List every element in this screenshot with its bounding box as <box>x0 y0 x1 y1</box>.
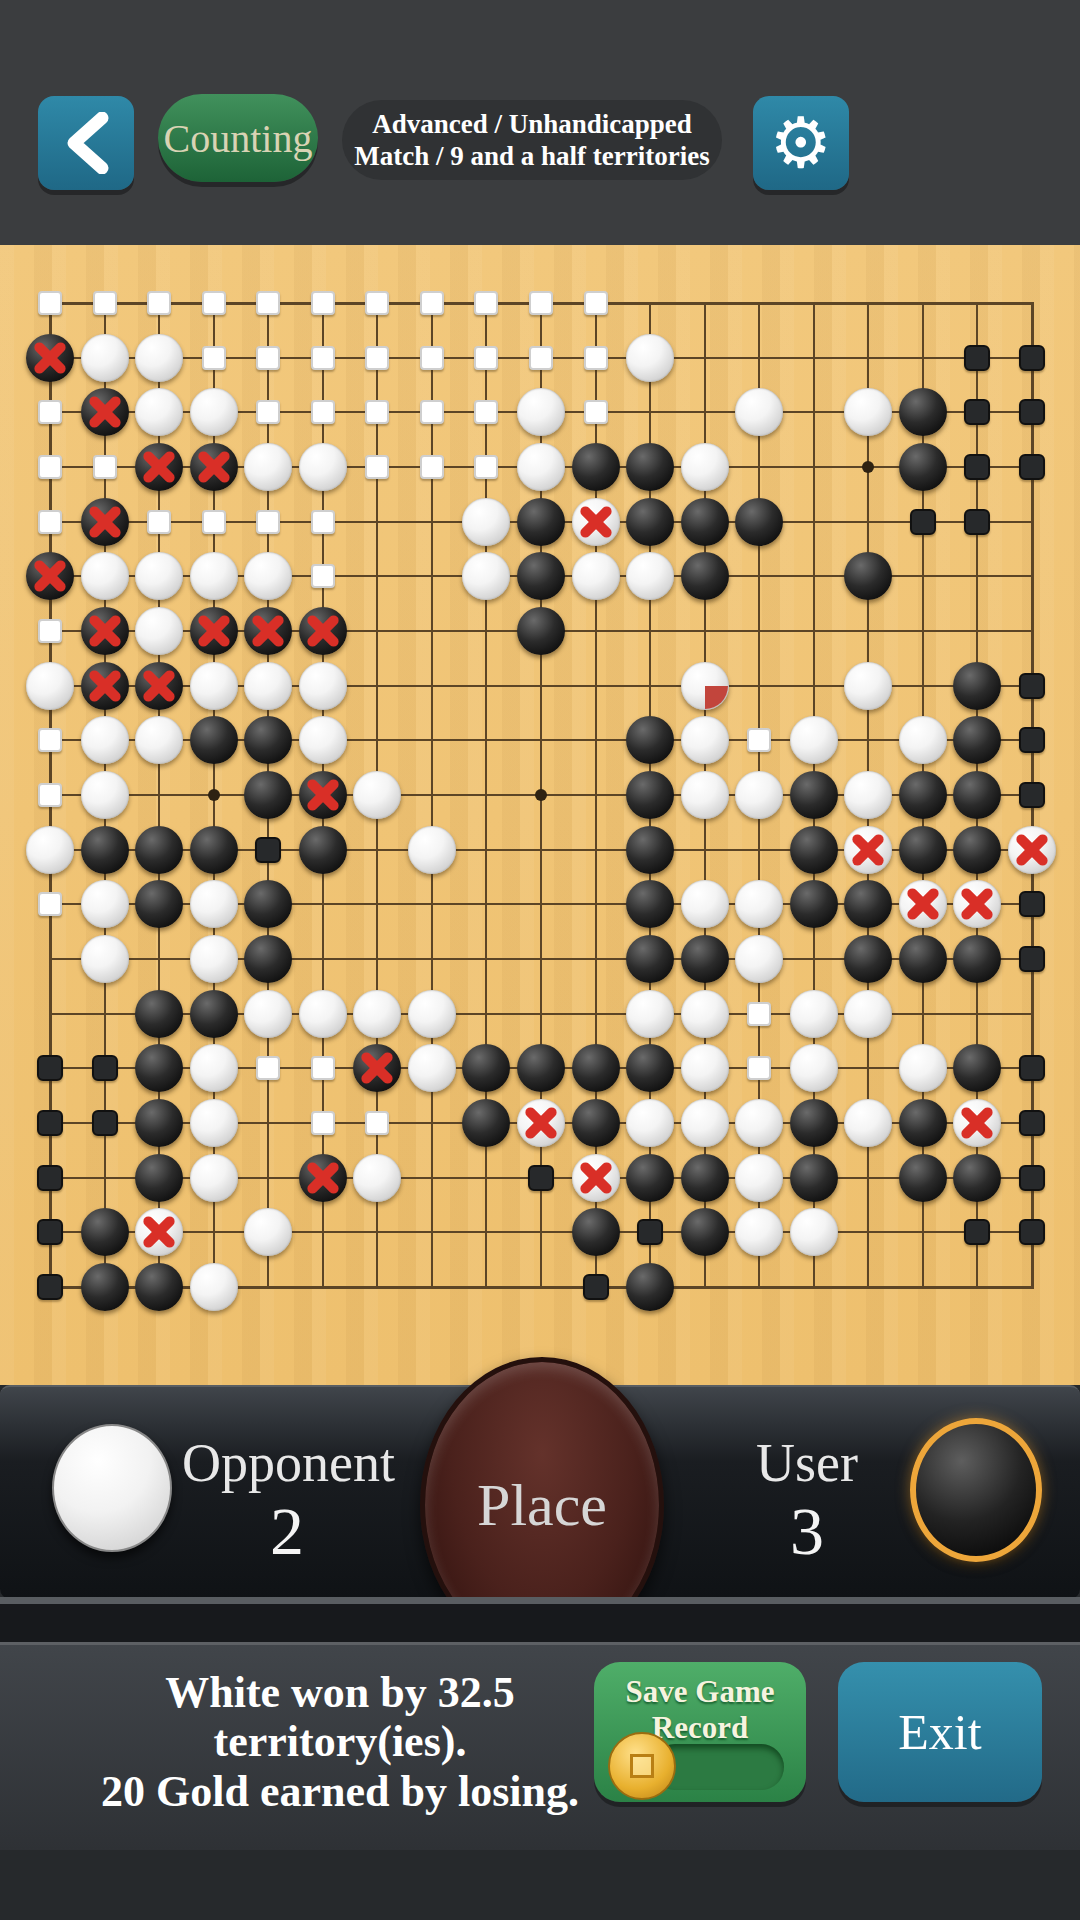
black-territory-marker <box>37 1219 63 1245</box>
white-stone[interactable] <box>572 552 620 600</box>
back-chevron-icon <box>60 112 112 174</box>
dead-black-stone[interactable] <box>26 552 74 600</box>
white-stone[interactable] <box>681 1044 729 1092</box>
white-territory-marker <box>147 291 171 315</box>
white-stone[interactable] <box>190 935 238 983</box>
grid-line-horizontal <box>49 1231 1034 1233</box>
dead-stone-x-icon <box>303 775 343 815</box>
white-stone[interactable] <box>735 935 783 983</box>
black-stone[interactable] <box>790 1099 838 1147</box>
white-territory-marker <box>474 455 498 479</box>
dead-stone-x-icon <box>85 502 125 542</box>
black-stone[interactable] <box>190 716 238 764</box>
black-stone[interactable] <box>790 1154 838 1202</box>
dead-black-stone[interactable] <box>81 498 129 546</box>
white-territory-marker <box>311 1111 335 1135</box>
header-bar: Counting Advanced / Unhandicapped Match … <box>0 0 1080 245</box>
dead-stone-x-icon <box>139 666 179 706</box>
dead-stone-x-icon <box>303 611 343 651</box>
black-stone[interactable] <box>135 826 183 874</box>
white-stone[interactable] <box>26 662 74 710</box>
result-line1: White won by 32.5 <box>165 1668 515 1717</box>
black-territory-marker <box>528 1165 554 1191</box>
white-stone[interactable] <box>681 880 729 928</box>
white-territory-marker <box>584 291 608 315</box>
dead-stone-x-icon <box>194 447 234 487</box>
red-wedge-marker <box>705 686 728 709</box>
black-territory-marker <box>1019 454 1045 480</box>
dead-black-stone[interactable] <box>135 443 183 491</box>
white-stone[interactable] <box>626 552 674 600</box>
dead-black-stone[interactable] <box>299 607 347 655</box>
white-territory-marker <box>93 455 117 479</box>
black-stone[interactable] <box>626 716 674 764</box>
white-territory-marker <box>420 346 444 370</box>
white-stone[interactable] <box>844 771 892 819</box>
white-territory-marker <box>256 510 280 534</box>
white-territory-marker <box>747 1002 771 1026</box>
white-stone[interactable] <box>190 662 238 710</box>
dead-black-stone[interactable] <box>81 388 129 436</box>
black-territory-marker <box>92 1110 118 1136</box>
black-stone[interactable] <box>681 1154 729 1202</box>
dead-white-stone[interactable] <box>899 880 947 928</box>
white-stone[interactable] <box>299 662 347 710</box>
dead-black-stone[interactable] <box>244 607 292 655</box>
white-territory-marker <box>38 510 62 534</box>
black-territory-marker <box>255 837 281 863</box>
black-stone[interactable] <box>844 935 892 983</box>
white-stone[interactable] <box>299 716 347 764</box>
dead-black-stone[interactable] <box>353 1044 401 1092</box>
app-screen: Counting Advanced / Unhandicapped Match … <box>0 0 1080 1920</box>
black-stone[interactable] <box>244 880 292 928</box>
place-label: Place <box>477 1471 607 1540</box>
white-territory-marker <box>365 455 389 479</box>
dead-stone-x-icon <box>576 502 616 542</box>
black-stone[interactable] <box>953 1154 1001 1202</box>
white-territory-marker <box>38 728 62 752</box>
black-stone[interactable] <box>135 880 183 928</box>
black-territory-marker <box>910 509 936 535</box>
white-stone[interactable] <box>81 771 129 819</box>
white-stone[interactable] <box>844 990 892 1038</box>
white-stone[interactable] <box>190 1154 238 1202</box>
white-stone[interactable] <box>681 771 729 819</box>
black-stone[interactable] <box>953 716 1001 764</box>
white-territory-marker <box>202 291 226 315</box>
dead-stone-x-icon <box>357 1048 397 1088</box>
black-stone[interactable] <box>899 1099 947 1147</box>
dead-white-stone[interactable] <box>572 498 620 546</box>
black-stone[interactable] <box>899 443 947 491</box>
black-stone[interactable] <box>899 1154 947 1202</box>
black-stone[interactable] <box>572 443 620 491</box>
white-stone[interactable] <box>681 1099 729 1147</box>
dead-stone-x-icon <box>30 338 70 378</box>
black-stone[interactable] <box>899 771 947 819</box>
black-territory-marker <box>37 1165 63 1191</box>
white-stone[interactable] <box>517 443 565 491</box>
black-territory-marker <box>637 1219 663 1245</box>
white-stone[interactable] <box>408 1044 456 1092</box>
white-stone[interactable] <box>681 443 729 491</box>
dead-black-stone[interactable] <box>26 334 74 382</box>
white-stone[interactable] <box>299 990 347 1038</box>
black-stone[interactable] <box>790 880 838 928</box>
white-territory-marker <box>420 291 444 315</box>
black-territory-marker <box>964 1219 990 1245</box>
black-stone[interactable] <box>190 826 238 874</box>
black-stone[interactable] <box>462 1044 510 1092</box>
black-stone[interactable] <box>844 880 892 928</box>
white-stone[interactable] <box>626 1099 674 1147</box>
black-stone[interactable] <box>626 1044 674 1092</box>
black-territory-marker <box>92 1055 118 1081</box>
black-stone[interactable] <box>517 1044 565 1092</box>
white-territory-marker <box>365 1111 389 1135</box>
black-stone[interactable] <box>517 607 565 655</box>
black-stone[interactable] <box>844 552 892 600</box>
dead-stone-x-icon <box>521 1103 561 1143</box>
black-stone[interactable] <box>244 716 292 764</box>
white-territory-marker <box>529 291 553 315</box>
white-stone[interactable] <box>517 388 565 436</box>
dead-stone-x-icon <box>848 830 888 870</box>
dead-stone-x-icon <box>303 1158 343 1198</box>
white-stone[interactable] <box>353 1154 401 1202</box>
white-stone[interactable] <box>899 1044 947 1092</box>
black-territory-marker <box>1019 891 1045 917</box>
white-territory-marker <box>256 1056 280 1080</box>
white-territory-marker <box>365 291 389 315</box>
dead-stone-x-icon <box>248 611 288 651</box>
black-stone[interactable] <box>681 1208 729 1256</box>
save-label-line1: Save Game <box>626 1674 775 1709</box>
hoshi-point <box>535 789 547 801</box>
black-stone[interactable] <box>899 935 947 983</box>
black-stone[interactable] <box>681 552 729 600</box>
white-territory-marker <box>311 510 335 534</box>
white-territory-marker <box>311 400 335 424</box>
black-territory-marker <box>1019 673 1045 699</box>
white-territory-marker <box>311 346 335 370</box>
white-territory-marker <box>747 728 771 752</box>
white-stone[interactable] <box>844 388 892 436</box>
black-stone[interactable] <box>135 990 183 1038</box>
opponent-white-stone-icon <box>52 1424 172 1552</box>
dead-stone-x-icon <box>139 1212 179 1252</box>
white-stone[interactable] <box>81 334 129 382</box>
dead-white-stone[interactable] <box>517 1099 565 1147</box>
dead-white-stone[interactable] <box>1008 826 1056 874</box>
white-stone[interactable] <box>135 552 183 600</box>
white-stone[interactable] <box>81 935 129 983</box>
black-territory-marker <box>1019 1165 1045 1191</box>
white-territory-marker <box>93 291 117 315</box>
white-stone[interactable] <box>353 771 401 819</box>
dead-stone-x-icon <box>903 884 943 924</box>
white-stone[interactable] <box>81 716 129 764</box>
white-stone[interactable] <box>462 498 510 546</box>
exit-label: Exit <box>898 1703 981 1761</box>
white-stone[interactable] <box>626 990 674 1038</box>
opponent-capture-count: 2 <box>182 1492 392 1571</box>
black-stone[interactable] <box>462 1099 510 1147</box>
black-territory-marker <box>964 345 990 371</box>
white-territory-marker <box>311 291 335 315</box>
black-stone[interactable] <box>517 552 565 600</box>
black-stone[interactable] <box>735 498 783 546</box>
black-stone[interactable] <box>626 1154 674 1202</box>
dead-stone-x-icon <box>85 611 125 651</box>
black-stone[interactable] <box>135 1099 183 1147</box>
white-stone[interactable] <box>244 662 292 710</box>
dead-black-stone[interactable] <box>190 443 238 491</box>
black-stone[interactable] <box>299 826 347 874</box>
black-territory-marker <box>1019 345 1045 371</box>
dead-white-stone[interactable] <box>572 1154 620 1202</box>
black-territory-marker <box>1019 1219 1045 1245</box>
white-stone[interactable] <box>190 1044 238 1092</box>
dead-stone-x-icon <box>194 611 234 651</box>
white-stone[interactable] <box>735 1099 783 1147</box>
gold-coin-icon <box>608 1732 676 1800</box>
white-stone[interactable] <box>790 990 838 1038</box>
white-stone[interactable] <box>135 716 183 764</box>
opponent-label: Opponent <box>182 1432 392 1494</box>
dead-black-stone[interactable] <box>81 662 129 710</box>
white-stone[interactable] <box>844 662 892 710</box>
black-territory-marker <box>964 399 990 425</box>
white-stone[interactable] <box>244 1208 292 1256</box>
dead-stone-x-icon <box>957 1103 997 1143</box>
black-stone[interactable] <box>626 771 674 819</box>
white-territory-marker <box>420 455 444 479</box>
dead-stone-x-icon <box>139 447 179 487</box>
black-territory-marker <box>37 1055 63 1081</box>
black-stone[interactable] <box>244 935 292 983</box>
black-territory-marker <box>1019 782 1045 808</box>
white-territory-marker <box>365 400 389 424</box>
white-stone[interactable] <box>244 552 292 600</box>
dead-black-stone[interactable] <box>135 662 183 710</box>
white-stone[interactable] <box>408 990 456 1038</box>
white-stone[interactable] <box>790 716 838 764</box>
white-territory-marker <box>38 619 62 643</box>
black-stone[interactable] <box>572 1044 620 1092</box>
divider-line <box>0 1597 1080 1604</box>
dead-black-stone[interactable] <box>299 1154 347 1202</box>
dead-white-stone[interactable] <box>844 826 892 874</box>
white-territory-marker <box>256 346 280 370</box>
black-stone[interactable] <box>953 826 1001 874</box>
white-stone[interactable] <box>844 1099 892 1147</box>
black-stone[interactable] <box>626 935 674 983</box>
result-line3: 20 Gold earned by losing. <box>101 1767 579 1816</box>
black-stone[interactable] <box>626 443 674 491</box>
white-stone[interactable] <box>81 880 129 928</box>
white-stone[interactable] <box>681 990 729 1038</box>
black-stone[interactable] <box>953 662 1001 710</box>
dead-stone-x-icon <box>576 1158 616 1198</box>
settings-button[interactable]: ⚙ <box>753 96 849 190</box>
white-stone[interactable] <box>735 1208 783 1256</box>
dead-black-stone[interactable] <box>299 771 347 819</box>
black-stone[interactable] <box>190 990 238 1038</box>
white-stone[interactable] <box>190 388 238 436</box>
save-label-line2: Record <box>652 1710 748 1745</box>
black-territory-marker <box>1019 1055 1045 1081</box>
black-stone[interactable] <box>81 826 129 874</box>
white-stone[interactable] <box>899 716 947 764</box>
black-territory-marker <box>1019 1110 1045 1136</box>
black-stone[interactable] <box>899 388 947 436</box>
black-stone[interactable] <box>135 1154 183 1202</box>
white-territory-marker <box>38 783 62 807</box>
black-stone[interactable] <box>244 771 292 819</box>
dead-stone-x-icon <box>1012 830 1052 870</box>
user-label: User <box>732 1432 882 1494</box>
white-territory-marker <box>584 400 608 424</box>
white-stone[interactable] <box>244 443 292 491</box>
white-territory-marker <box>365 346 389 370</box>
black-territory-marker <box>37 1274 63 1300</box>
dead-white-stone[interactable] <box>135 1208 183 1256</box>
counting-label: Counting <box>164 115 313 162</box>
white-stone[interactable] <box>681 716 729 764</box>
black-stone[interactable] <box>953 771 1001 819</box>
white-territory-marker <box>474 400 498 424</box>
white-territory-marker <box>474 346 498 370</box>
result-text: White won by 32.5 territory(ies). 20 Gol… <box>60 1668 620 1816</box>
gear-icon: ⚙ <box>770 108 833 178</box>
white-stone[interactable] <box>190 1263 238 1311</box>
black-stone[interactable] <box>572 1099 620 1147</box>
black-stone[interactable] <box>681 498 729 546</box>
white-territory-marker <box>202 346 226 370</box>
dead-white-stone[interactable] <box>953 880 1001 928</box>
white-territory-marker <box>311 564 335 588</box>
white-territory-marker <box>474 291 498 315</box>
dead-black-stone[interactable] <box>81 607 129 655</box>
black-stone[interactable] <box>572 1208 620 1256</box>
black-territory-marker <box>1019 399 1045 425</box>
white-stone[interactable] <box>190 880 238 928</box>
dead-white-stone[interactable] <box>953 1099 1001 1147</box>
white-territory-marker <box>38 892 62 916</box>
white-territory-marker <box>38 455 62 479</box>
match-info-line2: Match / 9 and a half territories <box>354 140 709 172</box>
white-territory-marker <box>584 346 608 370</box>
white-stone[interactable] <box>190 552 238 600</box>
dead-stone-x-icon <box>85 392 125 432</box>
back-button[interactable] <box>38 96 134 190</box>
white-stone[interactable] <box>135 334 183 382</box>
black-stone[interactable] <box>517 498 565 546</box>
black-stone[interactable] <box>626 826 674 874</box>
white-stone[interactable] <box>244 990 292 1038</box>
black-stone[interactable] <box>626 880 674 928</box>
dead-black-stone[interactable] <box>190 607 238 655</box>
counting-phase-button[interactable]: Counting <box>158 94 318 182</box>
black-stone[interactable] <box>899 826 947 874</box>
white-stone[interactable] <box>735 1154 783 1202</box>
black-stone[interactable] <box>953 1044 1001 1092</box>
black-stone[interactable] <box>790 771 838 819</box>
divider-gap <box>0 1604 1080 1642</box>
white-territory-marker <box>147 510 171 534</box>
white-stone[interactable] <box>790 1208 838 1256</box>
match-info-badge: Advanced / Unhandicapped Match / 9 and a… <box>342 100 722 180</box>
black-stone[interactable] <box>135 1263 183 1311</box>
white-territory-marker <box>256 400 280 424</box>
hoshi-point <box>208 789 220 801</box>
dead-stone-x-icon <box>85 666 125 706</box>
save-game-record-button[interactable]: Save Game Record <box>594 1662 806 1802</box>
match-info-line1: Advanced / Unhandicapped <box>372 108 692 140</box>
white-stone[interactable] <box>790 1044 838 1092</box>
white-territory-marker <box>38 400 62 424</box>
white-stone[interactable] <box>735 388 783 436</box>
result-line2: territory(ies). <box>214 1717 467 1766</box>
black-stone[interactable] <box>626 498 674 546</box>
black-stone[interactable] <box>81 1208 129 1256</box>
white-territory-marker <box>256 291 280 315</box>
black-territory-marker <box>37 1110 63 1136</box>
black-stone[interactable] <box>790 826 838 874</box>
go-board[interactable] <box>0 245 1080 1385</box>
hoshi-point <box>862 461 874 473</box>
white-stone[interactable] <box>135 388 183 436</box>
white-stone[interactable] <box>26 826 74 874</box>
black-stone[interactable] <box>81 1263 129 1311</box>
white-stone[interactable] <box>735 771 783 819</box>
dead-stone-x-icon <box>957 884 997 924</box>
white-stone[interactable] <box>135 607 183 655</box>
dead-stone-x-icon <box>30 556 70 596</box>
white-stone[interactable] <box>626 334 674 382</box>
white-stone[interactable] <box>353 990 401 1038</box>
black-stone[interactable] <box>681 935 729 983</box>
white-territory-marker <box>747 1056 771 1080</box>
user-black-stone-icon <box>910 1418 1042 1562</box>
black-territory-marker <box>964 509 990 535</box>
white-territory-marker <box>420 400 444 424</box>
white-stone[interactable] <box>299 443 347 491</box>
white-stone[interactable] <box>81 552 129 600</box>
black-territory-marker <box>583 1274 609 1300</box>
white-territory-marker <box>311 1056 335 1080</box>
black-stone[interactable] <box>135 1044 183 1092</box>
black-territory-marker <box>964 454 990 480</box>
white-territory-marker <box>38 291 62 315</box>
black-stone[interactable] <box>953 935 1001 983</box>
black-territory-marker <box>1019 727 1045 753</box>
black-territory-marker <box>1019 946 1045 972</box>
white-territory-marker <box>529 346 553 370</box>
white-stone-last-move[interactable] <box>681 662 729 710</box>
white-stone[interactable] <box>462 552 510 600</box>
white-stone[interactable] <box>735 880 783 928</box>
exit-button[interactable]: Exit <box>838 1662 1042 1802</box>
white-stone[interactable] <box>408 826 456 874</box>
black-stone[interactable] <box>626 1263 674 1311</box>
white-territory-marker <box>202 510 226 534</box>
white-stone[interactable] <box>190 1099 238 1147</box>
user-capture-count: 3 <box>732 1492 882 1571</box>
